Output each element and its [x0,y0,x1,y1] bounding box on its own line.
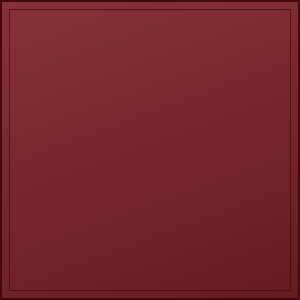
board-frame [0,0,300,300]
chess-board [10,10,290,290]
